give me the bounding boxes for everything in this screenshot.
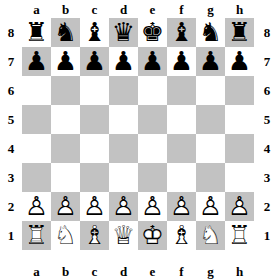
piece-white-pawn: ♟♙ <box>109 192 138 221</box>
square-c7[interactable]: ♟ <box>80 47 109 76</box>
piece-white-queen: ♛♕ <box>109 221 138 250</box>
file-label-a: a <box>33 265 40 278</box>
file-label-d: d <box>120 265 127 278</box>
piece-glyph: ♟ <box>80 47 109 76</box>
square-f2[interactable]: ♟♙ <box>167 192 196 221</box>
piece-outline-layer: ♙ <box>196 192 225 221</box>
square-a5[interactable] <box>22 105 51 134</box>
square-g3[interactable] <box>196 163 225 192</box>
file-label-a: a <box>33 3 40 16</box>
piece-black-knight: ♞ <box>51 18 80 47</box>
square-f7[interactable]: ♟ <box>167 47 196 76</box>
piece-black-bishop: ♝ <box>167 18 196 47</box>
square-d7[interactable]: ♟ <box>109 47 138 76</box>
rank-label-7: 7 <box>8 55 15 68</box>
rank-label-8: 8 <box>8 26 15 39</box>
piece-black-pawn: ♟ <box>225 47 254 76</box>
chess-board: ♜♞♝♛♚♝♞♜♟♟♟♟♟♟♟♟♟♙♟♙♟♙♟♙♟♙♟♙♟♙♟♙♜♖♞♘♝♗♛♕… <box>22 18 254 250</box>
square-g6[interactable] <box>196 76 225 105</box>
square-g7[interactable]: ♟ <box>196 47 225 76</box>
piece-glyph: ♜ <box>22 18 51 47</box>
square-e4[interactable] <box>138 134 167 163</box>
rank-label-4: 4 <box>8 142 15 155</box>
piece-outline-layer: ♖ <box>22 221 51 250</box>
square-c3[interactable] <box>80 163 109 192</box>
square-e5[interactable] <box>138 105 167 134</box>
piece-black-pawn: ♟ <box>109 47 138 76</box>
file-labels-top: abcdefgh <box>22 0 254 18</box>
square-b6[interactable] <box>51 76 80 105</box>
piece-white-rook: ♜♖ <box>22 221 51 250</box>
piece-black-rook: ♜ <box>225 18 254 47</box>
piece-black-knight: ♞ <box>196 18 225 47</box>
square-h2[interactable]: ♟♙ <box>225 192 254 221</box>
file-label-f: f <box>179 265 183 278</box>
piece-glyph: ♟ <box>167 47 196 76</box>
square-e1[interactable]: ♚♔ <box>138 221 167 250</box>
rank-label-8: 8 <box>264 26 271 39</box>
chessboard-container: abcdefgh abcdefgh 87654321 87654321 ♜♞♝♛… <box>0 0 280 280</box>
square-d6[interactable] <box>109 76 138 105</box>
rank-label-6: 6 <box>264 84 271 97</box>
square-b7[interactable]: ♟ <box>51 47 80 76</box>
square-c6[interactable] <box>80 76 109 105</box>
piece-glyph: ♟ <box>22 47 51 76</box>
rank-labels-right: 87654321 <box>254 18 280 250</box>
square-c5[interactable] <box>80 105 109 134</box>
square-d3[interactable] <box>109 163 138 192</box>
piece-outline-layer: ♘ <box>196 221 225 250</box>
square-f3[interactable] <box>167 163 196 192</box>
piece-black-bishop: ♝ <box>80 18 109 47</box>
square-h8[interactable]: ♜ <box>225 18 254 47</box>
rank-label-3: 3 <box>8 171 15 184</box>
file-label-g: g <box>207 3 214 16</box>
piece-glyph: ♛ <box>109 18 138 47</box>
square-a2[interactable]: ♟♙ <box>22 192 51 221</box>
square-c2[interactable]: ♟♙ <box>80 192 109 221</box>
rank-label-1: 1 <box>264 229 271 242</box>
square-f5[interactable] <box>167 105 196 134</box>
piece-white-bishop: ♝♗ <box>167 221 196 250</box>
square-a4[interactable] <box>22 134 51 163</box>
square-g4[interactable] <box>196 134 225 163</box>
square-d4[interactable] <box>109 134 138 163</box>
square-b5[interactable] <box>51 105 80 134</box>
piece-outline-layer: ♗ <box>80 221 109 250</box>
square-f6[interactable] <box>167 76 196 105</box>
piece-outline-layer: ♙ <box>138 192 167 221</box>
piece-white-pawn: ♟♙ <box>196 192 225 221</box>
square-g1[interactable]: ♞♘ <box>196 221 225 250</box>
file-label-e: e <box>150 3 156 16</box>
piece-glyph: ♞ <box>51 18 80 47</box>
piece-outline-layer: ♙ <box>167 192 196 221</box>
file-label-f: f <box>179 3 183 16</box>
square-g2[interactable]: ♟♙ <box>196 192 225 221</box>
square-g8[interactable]: ♞ <box>196 18 225 47</box>
piece-glyph: ♟ <box>109 47 138 76</box>
file-label-d: d <box>120 3 127 16</box>
piece-white-bishop: ♝♗ <box>80 221 109 250</box>
square-a8[interactable]: ♜ <box>22 18 51 47</box>
square-h7[interactable]: ♟ <box>225 47 254 76</box>
piece-white-king: ♚♔ <box>138 221 167 250</box>
rank-label-2: 2 <box>264 200 271 213</box>
file-label-e: e <box>150 265 156 278</box>
piece-glyph: ♚ <box>138 18 167 47</box>
piece-black-pawn: ♟ <box>138 47 167 76</box>
piece-glyph: ♟ <box>138 47 167 76</box>
square-e8[interactable]: ♚ <box>138 18 167 47</box>
piece-black-pawn: ♟ <box>22 47 51 76</box>
square-f4[interactable] <box>167 134 196 163</box>
rank-label-7: 7 <box>264 55 271 68</box>
square-a6[interactable] <box>22 76 51 105</box>
piece-white-knight: ♞♘ <box>196 221 225 250</box>
rank-label-1: 1 <box>8 229 15 242</box>
rank-label-6: 6 <box>8 84 15 97</box>
rank-label-3: 3 <box>264 171 271 184</box>
square-h6[interactable] <box>225 76 254 105</box>
square-a1[interactable]: ♜♖ <box>22 221 51 250</box>
square-e3[interactable] <box>138 163 167 192</box>
square-b1[interactable]: ♞♘ <box>51 221 80 250</box>
piece-glyph: ♟ <box>225 47 254 76</box>
piece-glyph: ♟ <box>51 47 80 76</box>
piece-white-pawn: ♟♙ <box>51 192 80 221</box>
piece-white-rook: ♜♖ <box>225 221 254 250</box>
file-label-c: c <box>92 3 98 16</box>
piece-black-pawn: ♟ <box>80 47 109 76</box>
square-b3[interactable] <box>51 163 80 192</box>
square-a7[interactable]: ♟ <box>22 47 51 76</box>
file-label-g: g <box>207 265 214 278</box>
piece-white-pawn: ♟♙ <box>167 192 196 221</box>
piece-black-pawn: ♟ <box>167 47 196 76</box>
piece-outline-layer: ♔ <box>138 221 167 250</box>
piece-outline-layer: ♗ <box>167 221 196 250</box>
piece-outline-layer: ♙ <box>22 192 51 221</box>
piece-outline-layer: ♙ <box>225 192 254 221</box>
file-label-b: b <box>62 265 69 278</box>
piece-white-knight: ♞♘ <box>51 221 80 250</box>
rank-label-2: 2 <box>8 200 15 213</box>
piece-black-pawn: ♟ <box>196 47 225 76</box>
file-labels-bottom: abcdefgh <box>22 250 254 280</box>
square-b8[interactable]: ♞ <box>51 18 80 47</box>
file-label-b: b <box>62 3 69 16</box>
piece-white-pawn: ♟♙ <box>138 192 167 221</box>
piece-black-rook: ♜ <box>22 18 51 47</box>
piece-outline-layer: ♙ <box>80 192 109 221</box>
square-b2[interactable]: ♟♙ <box>51 192 80 221</box>
file-label-h: h <box>236 265 243 278</box>
square-d1[interactable]: ♛♕ <box>109 221 138 250</box>
square-f8[interactable]: ♝ <box>167 18 196 47</box>
piece-black-pawn: ♟ <box>51 47 80 76</box>
piece-outline-layer: ♕ <box>109 221 138 250</box>
piece-outline-layer: ♘ <box>51 221 80 250</box>
file-label-c: c <box>92 265 98 278</box>
piece-outline-layer: ♖ <box>225 221 254 250</box>
piece-white-pawn: ♟♙ <box>80 192 109 221</box>
square-h5[interactable] <box>225 105 254 134</box>
square-e6[interactable] <box>138 76 167 105</box>
rank-label-4: 4 <box>264 142 271 155</box>
piece-black-king: ♚ <box>138 18 167 47</box>
square-g5[interactable] <box>196 105 225 134</box>
piece-white-pawn: ♟♙ <box>225 192 254 221</box>
rank-label-5: 5 <box>264 113 271 126</box>
piece-outline-layer: ♙ <box>109 192 138 221</box>
square-d2[interactable]: ♟♙ <box>109 192 138 221</box>
piece-glyph: ♝ <box>167 18 196 47</box>
square-c1[interactable]: ♝♗ <box>80 221 109 250</box>
piece-glyph: ♟ <box>196 47 225 76</box>
square-c8[interactable]: ♝ <box>80 18 109 47</box>
rank-labels-left: 87654321 <box>0 18 22 250</box>
square-c4[interactable] <box>80 134 109 163</box>
square-d5[interactable] <box>109 105 138 134</box>
square-b4[interactable] <box>51 134 80 163</box>
square-f1[interactable]: ♝♗ <box>167 221 196 250</box>
rank-label-5: 5 <box>8 113 15 126</box>
piece-glyph: ♜ <box>225 18 254 47</box>
piece-glyph: ♝ <box>80 18 109 47</box>
piece-black-queen: ♛ <box>109 18 138 47</box>
file-label-h: h <box>236 3 243 16</box>
square-a3[interactable] <box>22 163 51 192</box>
square-h3[interactable] <box>225 163 254 192</box>
square-e2[interactable]: ♟♙ <box>138 192 167 221</box>
piece-white-pawn: ♟♙ <box>22 192 51 221</box>
square-h1[interactable]: ♜♖ <box>225 221 254 250</box>
square-e7[interactable]: ♟ <box>138 47 167 76</box>
square-d8[interactable]: ♛ <box>109 18 138 47</box>
piece-glyph: ♞ <box>196 18 225 47</box>
square-h4[interactable] <box>225 134 254 163</box>
piece-outline-layer: ♙ <box>51 192 80 221</box>
